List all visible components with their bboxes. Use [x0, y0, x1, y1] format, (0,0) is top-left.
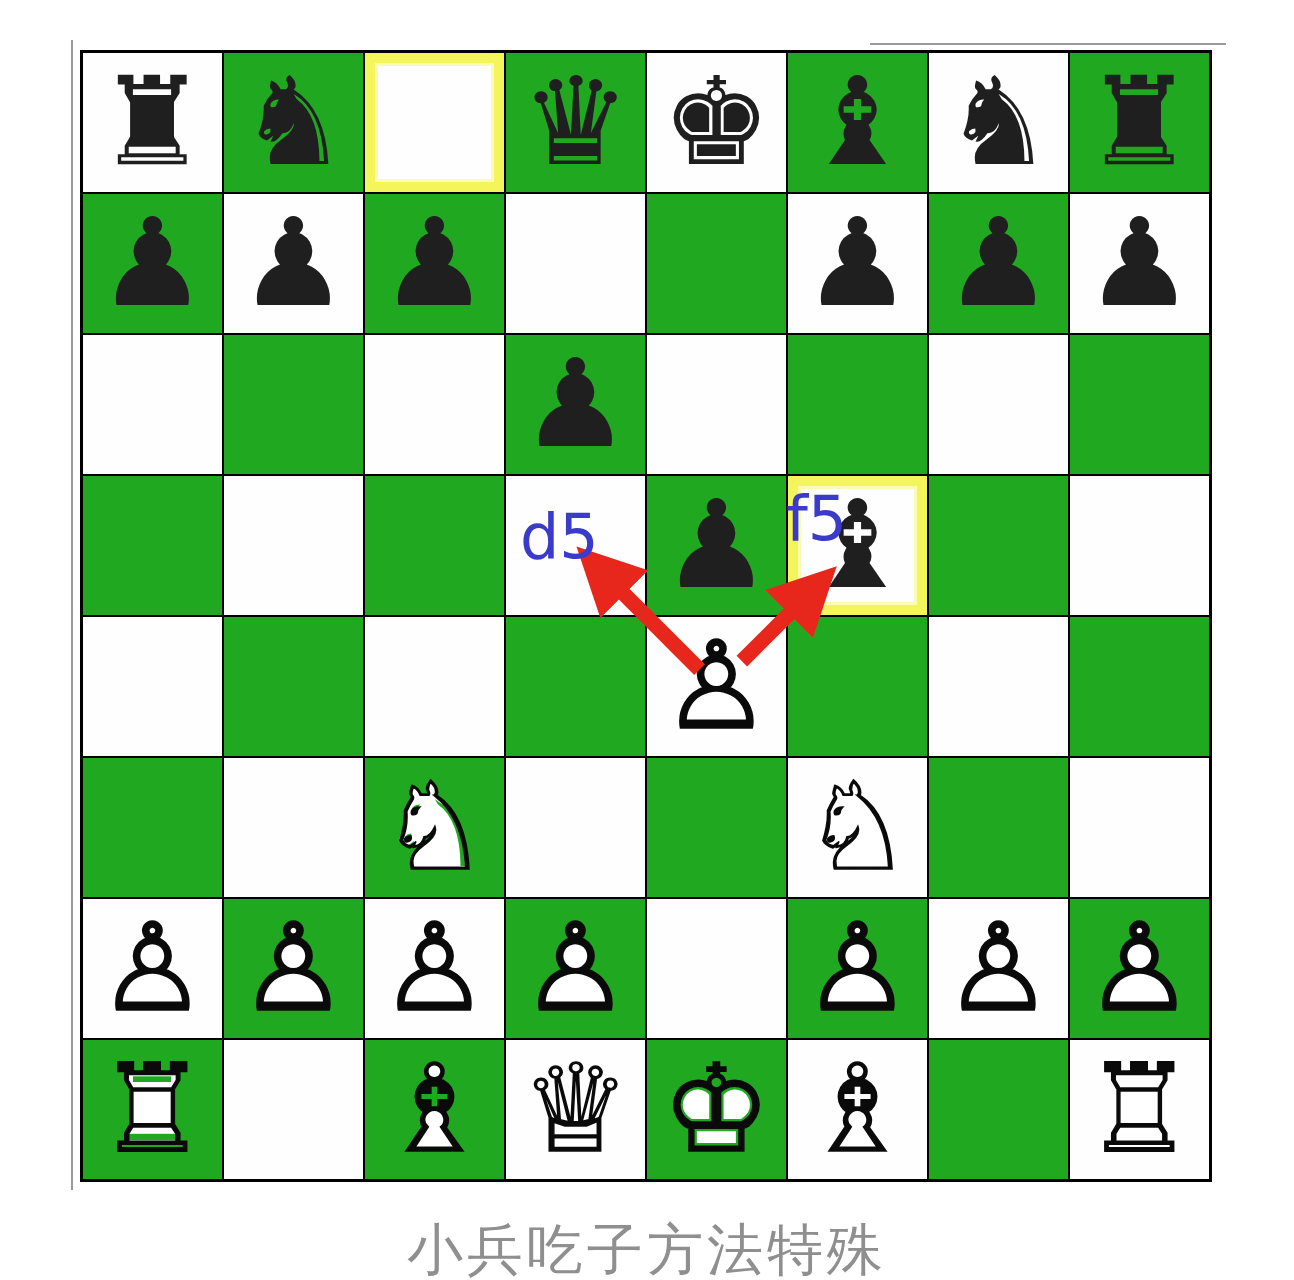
piece-white-king[interactable]: ♚♔	[647, 1040, 786, 1179]
piece-white-pawn[interactable]: ♟♙	[506, 899, 645, 1038]
white-piece-outline: ♙	[1070, 899, 1209, 1038]
piece-black-pawn[interactable]: ♟	[1070, 194, 1209, 333]
left-edge-line	[71, 40, 73, 1190]
square-h5[interactable]	[1070, 476, 1209, 615]
square-a2[interactable]: ♟♙	[83, 899, 222, 1038]
piece-white-pawn[interactable]: ♟♙	[788, 899, 927, 1038]
black-piece-fill: ♟	[647, 476, 786, 615]
square-g3[interactable]	[929, 758, 1068, 897]
piece-white-bishop[interactable]: ♝♗	[365, 1040, 504, 1179]
square-f3[interactable]: ♞♘	[788, 758, 927, 897]
black-piece-fill: ♟	[365, 194, 504, 333]
white-piece-outline: ♔	[647, 1040, 786, 1179]
black-piece-fill: ♞	[929, 53, 1068, 192]
white-piece-outline: ♙	[788, 899, 927, 1038]
black-piece-fill: ♜	[1070, 53, 1209, 192]
white-piece-outline: ♖	[83, 1040, 222, 1179]
black-piece-fill: ♟	[506, 335, 645, 474]
square-a7[interactable]: ♟	[83, 194, 222, 333]
piece-white-pawn[interactable]: ♟♙	[83, 899, 222, 1038]
piece-black-pawn[interactable]: ♟	[224, 194, 363, 333]
square-a6[interactable]	[83, 335, 222, 474]
white-piece-outline: ♙	[929, 899, 1068, 1038]
piece-white-pawn[interactable]: ♟♙	[224, 899, 363, 1038]
square-c2[interactable]: ♟♙	[365, 899, 504, 1038]
black-piece-fill: ♝	[788, 476, 927, 615]
square-b5[interactable]	[224, 476, 363, 615]
white-piece-outline: ♘	[788, 758, 927, 897]
piece-black-king[interactable]: ♚	[647, 53, 786, 192]
square-g1[interactable]	[929, 1040, 1068, 1179]
square-g6[interactable]	[929, 335, 1068, 474]
square-d2[interactable]: ♟♙	[506, 899, 645, 1038]
piece-black-bishop[interactable]: ♝	[788, 476, 927, 615]
square-d6[interactable]: ♟	[506, 335, 645, 474]
piece-white-pawn[interactable]: ♟♙	[647, 617, 786, 756]
square-f5[interactable]: ♝	[788, 476, 927, 615]
caption-text: 小兵吃子方法特殊	[0, 1213, 1294, 1280]
square-f4[interactable]	[788, 617, 927, 756]
square-f6[interactable]	[788, 335, 927, 474]
square-a5[interactable]	[83, 476, 222, 615]
piece-black-pawn[interactable]: ♟	[83, 194, 222, 333]
white-piece-outline: ♙	[365, 899, 504, 1038]
square-g7[interactable]: ♟	[929, 194, 1068, 333]
piece-black-queen[interactable]: ♛	[506, 53, 645, 192]
square-c3[interactable]: ♞♘	[365, 758, 504, 897]
square-e8[interactable]: ♚	[647, 53, 786, 192]
piece-black-knight[interactable]: ♞	[224, 53, 363, 192]
white-piece-outline: ♙	[506, 899, 645, 1038]
square-c1[interactable]: ♝♗	[365, 1040, 504, 1179]
white-piece-outline: ♙	[647, 617, 786, 756]
square-d3[interactable]	[506, 758, 645, 897]
square-e5[interactable]: ♟	[647, 476, 786, 615]
page: ♜♞♛♚♝♞♜♟♟♟♟♟♟♟♟♝♟♙♞♘♞♘♟♙♟♙♟♙♟♙♟♙♟♙♟♙♜♖♝♗…	[0, 0, 1294, 1280]
black-piece-fill: ♟	[929, 194, 1068, 333]
square-c6[interactable]	[365, 335, 504, 474]
square-a3[interactable]	[83, 758, 222, 897]
square-c7[interactable]: ♟	[365, 194, 504, 333]
square-h1[interactable]: ♜♖	[1070, 1040, 1209, 1179]
square-f7[interactable]: ♟	[788, 194, 927, 333]
black-piece-fill: ♚	[647, 53, 786, 192]
square-f8[interactable]: ♝	[788, 53, 927, 192]
square-b7[interactable]: ♟	[224, 194, 363, 333]
square-h8[interactable]: ♜	[1070, 53, 1209, 192]
square-d7[interactable]	[506, 194, 645, 333]
black-piece-fill: ♜	[83, 53, 222, 192]
piece-black-rook[interactable]: ♜	[83, 53, 222, 192]
square-b2[interactable]: ♟♙	[224, 899, 363, 1038]
square-h2[interactable]: ♟♙	[1070, 899, 1209, 1038]
piece-black-pawn[interactable]: ♟	[365, 194, 504, 333]
piece-white-pawn[interactable]: ♟♙	[1070, 899, 1209, 1038]
piece-black-knight[interactable]: ♞	[929, 53, 1068, 192]
black-piece-fill: ♟	[788, 194, 927, 333]
square-g4[interactable]	[929, 617, 1068, 756]
chess-board: ♜♞♛♚♝♞♜♟♟♟♟♟♟♟♟♝♟♙♞♘♞♘♟♙♟♙♟♙♟♙♟♙♟♙♟♙♜♖♝♗…	[80, 50, 1212, 1182]
square-b6[interactable]	[224, 335, 363, 474]
piece-black-bishop[interactable]: ♝	[788, 53, 927, 192]
white-piece-outline: ♕	[506, 1040, 645, 1179]
piece-white-knight[interactable]: ♞♘	[365, 758, 504, 897]
white-piece-outline: ♘	[365, 758, 504, 897]
square-h7[interactable]: ♟	[1070, 194, 1209, 333]
square-a8[interactable]: ♜	[83, 53, 222, 192]
piece-black-pawn[interactable]: ♟	[647, 476, 786, 615]
square-b3[interactable]	[224, 758, 363, 897]
black-piece-fill: ♛	[506, 53, 645, 192]
piece-black-pawn[interactable]: ♟	[506, 335, 645, 474]
white-piece-outline: ♖	[1070, 1040, 1209, 1179]
square-e3[interactable]	[647, 758, 786, 897]
square-e4[interactable]: ♟♙	[647, 617, 786, 756]
piece-white-bishop[interactable]: ♝♗	[788, 1040, 927, 1179]
square-d4[interactable]	[506, 617, 645, 756]
white-piece-outline: ♙	[224, 899, 363, 1038]
black-piece-fill: ♟	[1070, 194, 1209, 333]
piece-white-rook[interactable]: ♜♖	[1070, 1040, 1209, 1179]
black-piece-fill: ♟	[83, 194, 222, 333]
square-f1[interactable]: ♝♗	[788, 1040, 927, 1179]
square-d5[interactable]	[506, 476, 645, 615]
square-h6[interactable]	[1070, 335, 1209, 474]
square-e7[interactable]	[647, 194, 786, 333]
piece-white-pawn[interactable]: ♟♙	[929, 899, 1068, 1038]
piece-white-pawn[interactable]: ♟♙	[365, 899, 504, 1038]
square-e2[interactable]	[647, 899, 786, 1038]
square-g5[interactable]	[929, 476, 1068, 615]
square-h3[interactable]	[1070, 758, 1209, 897]
top-right-edge-line	[870, 43, 1226, 45]
square-b4[interactable]	[224, 617, 363, 756]
white-piece-outline: ♙	[83, 899, 222, 1038]
piece-white-rook[interactable]: ♜♖	[83, 1040, 222, 1179]
square-c8[interactable]	[365, 53, 504, 192]
square-a4[interactable]	[83, 617, 222, 756]
square-c5[interactable]	[365, 476, 504, 615]
square-b1[interactable]	[224, 1040, 363, 1179]
piece-white-queen[interactable]: ♛♕	[506, 1040, 645, 1179]
black-piece-fill: ♞	[224, 53, 363, 192]
square-g2[interactable]: ♟♙	[929, 899, 1068, 1038]
piece-black-rook[interactable]: ♜	[1070, 53, 1209, 192]
square-e6[interactable]	[647, 335, 786, 474]
square-b8[interactable]: ♞	[224, 53, 363, 192]
piece-black-pawn[interactable]: ♟	[929, 194, 1068, 333]
square-e1[interactable]: ♚♔	[647, 1040, 786, 1179]
square-g8[interactable]: ♞	[929, 53, 1068, 192]
square-d1[interactable]: ♛♕	[506, 1040, 645, 1179]
piece-white-knight[interactable]: ♞♘	[788, 758, 927, 897]
piece-black-pawn[interactable]: ♟	[788, 194, 927, 333]
square-c4[interactable]	[365, 617, 504, 756]
square-a1[interactable]: ♜♖	[83, 1040, 222, 1179]
black-piece-fill: ♝	[788, 53, 927, 192]
square-f2[interactable]: ♟♙	[788, 899, 927, 1038]
square-d8[interactable]: ♛	[506, 53, 645, 192]
white-piece-outline: ♗	[365, 1040, 504, 1179]
black-piece-fill: ♟	[224, 194, 363, 333]
white-piece-outline: ♗	[788, 1040, 927, 1179]
square-h4[interactable]	[1070, 617, 1209, 756]
